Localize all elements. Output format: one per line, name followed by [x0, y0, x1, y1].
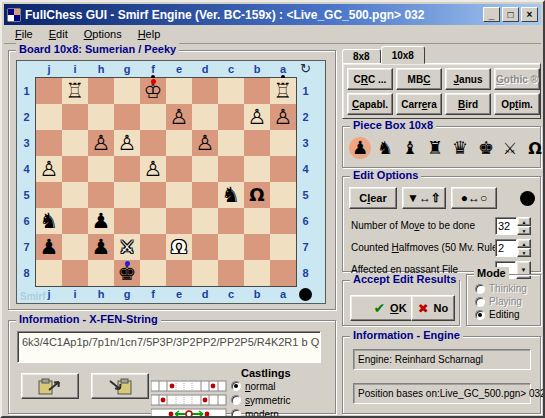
clipboard-out-icon — [36, 376, 64, 396]
castling-option-normal: normal — [151, 380, 276, 392]
black-knight: ♞ — [36, 208, 62, 234]
rank-labels-right: 12345678 — [296, 78, 315, 286]
move-number-spinner: 32 ▲▼ — [495, 217, 531, 235]
rank-label-right-3: 3 — [296, 130, 315, 156]
variant-button-optim[interactable]: Optim. — [494, 93, 540, 115]
square-d6[interactable] — [192, 208, 218, 234]
square-i4[interactable] — [62, 156, 88, 182]
accept-title: Accept Edit Results — [350, 273, 459, 285]
x-icon: ✖ — [418, 301, 429, 316]
move-number-down-icon[interactable]: ▼ — [517, 226, 531, 235]
title-bar: FullChess GUI - Smirf Engine (Ver. BC-15… — [4, 4, 541, 25]
variant-button-janus[interactable]: Janus — [445, 68, 491, 90]
file-label-i: i — [62, 61, 88, 78]
piece-box-bishop[interactable]: ♝ — [399, 137, 421, 159]
black-king-icon: ♚ — [478, 137, 494, 158]
square-g3[interactable]: ♙ — [114, 130, 140, 156]
square-e8[interactable] — [166, 260, 192, 286]
rank-label-right-1: 1 — [296, 78, 315, 104]
white-pawn: ♙ — [36, 156, 62, 182]
square-a7[interactable] — [270, 234, 296, 260]
variant-button-capabl[interactable]: Capabl. — [347, 93, 393, 115]
variant-tab-page: CRC ...MBCJanusGothic ®Capabl.CarreraBir… — [342, 63, 541, 119]
file-label-g: g — [114, 286, 140, 303]
fen-panel-title: Information - X-FEN-String — [16, 313, 161, 325]
square-g2[interactable] — [114, 104, 140, 130]
halfmoves-value[interactable]: 2 — [495, 239, 517, 257]
move-number-up-icon[interactable]: ▲ — [517, 217, 531, 226]
square-f7[interactable] — [140, 234, 166, 260]
radio-castling-normal[interactable]: normal — [231, 381, 276, 392]
square-c5[interactable]: ♞ — [218, 182, 244, 208]
radio-circle — [475, 310, 485, 320]
minimize-button[interactable]: _ — [483, 7, 500, 22]
file-label-h: h — [88, 61, 114, 78]
rank-label-left-4: 4 — [17, 156, 36, 182]
square-j7[interactable]: ♟ — [36, 234, 62, 260]
copy-fen-button[interactable] — [21, 373, 79, 399]
square-h3[interactable]: ♙ — [88, 130, 114, 156]
white-chancellor: Ω — [166, 234, 192, 260]
menu-file[interactable]: File — [8, 26, 40, 42]
rank-label-right-2: 2 — [296, 104, 315, 130]
castling-diagram-modern — [151, 408, 227, 418]
white-pawn: ♙ — [270, 104, 296, 130]
menu-help[interactable]: Help — [131, 26, 168, 42]
file-labels-top: jihgfedcba — [36, 61, 296, 78]
square-a2[interactable]: ♙ — [270, 104, 296, 130]
radio-mode-editing[interactable]: Editing — [475, 309, 527, 320]
square-i6[interactable] — [62, 208, 88, 234]
halfmoves-spinner: 2 ▲▼ — [495, 239, 531, 257]
rank-label-right-4: 4 — [296, 156, 315, 182]
menu-bar: FileEditOptionsHelp — [4, 25, 541, 44]
square-c7[interactable] — [218, 234, 244, 260]
file-label-e: e — [166, 286, 192, 303]
rank-label-left-8: 8 — [17, 260, 36, 286]
swap-colors-button[interactable]: ●↔○ — [451, 187, 497, 209]
board-frame: jihgfedcba↻12345678♖♔♖♙♙♙♙♙♙♙♙♞Ω♞♟♟♟⚔Ω♚1… — [16, 60, 326, 304]
frame-corner-br — [296, 286, 315, 303]
engine-info-panel: Information - Engine Engine: Reinhard Sc… — [342, 336, 541, 414]
black-pawn: ♟ — [36, 234, 62, 260]
square-g4[interactable] — [114, 156, 140, 182]
edit-options-title: Edit Options — [350, 169, 421, 181]
square-e1[interactable] — [166, 78, 192, 104]
file-label-e: e — [166, 61, 192, 78]
square-f6[interactable] — [140, 208, 166, 234]
engine-name: Engine: Reinhard Scharnagl — [353, 349, 531, 370]
tab-8x8[interactable]: 8x8 — [342, 49, 381, 64]
rank-label-left-5: 5 — [17, 182, 36, 208]
file-label-i: i — [62, 286, 88, 303]
file-label-b: b — [244, 61, 270, 78]
red-dot-marker — [151, 79, 156, 84]
square-i3[interactable] — [62, 130, 88, 156]
maximize-button[interactable]: □ — [502, 7, 519, 22]
square-d7[interactable] — [192, 234, 218, 260]
engine-info-title: Information - Engine — [350, 329, 463, 341]
white-pawn: ♙ — [192, 130, 218, 156]
square-f3[interactable] — [140, 130, 166, 156]
square-b4[interactable] — [244, 156, 270, 182]
app-icon — [7, 8, 21, 22]
side-to-move-indicator — [520, 191, 535, 206]
board-grid: ♖♔♖♙♙♙♙♙♙♙♙♞Ω♞♟♟♟⚔Ω♚ — [35, 77, 297, 287]
castlings-label: Castlings — [241, 367, 291, 379]
square-e6[interactable] — [166, 208, 192, 234]
edit-options-panel: Edit Options Clear ▼↔⇧ ●↔○ Number of Mov… — [342, 176, 541, 272]
rank-label-right-5: 5 — [296, 182, 315, 208]
square-j4[interactable]: ♙ — [36, 156, 62, 182]
fen-string[interactable]: 6k3/4C1Ap1p/7p1n/1cn7/5P3P/3P2PP2/PP2P5/… — [17, 331, 321, 363]
file-label-f: f — [140, 286, 166, 303]
clipboard-in-icon — [106, 376, 134, 396]
square-d5[interactable] — [192, 182, 218, 208]
square-g7[interactable]: ⚔ — [114, 234, 140, 260]
black-pawn: ♟ — [88, 208, 114, 234]
file-label-b: b — [244, 286, 270, 303]
mode-title: Mode — [474, 267, 509, 279]
black-queen-icon: ♛ — [452, 137, 468, 158]
board-side-to-move-dot — [299, 288, 312, 301]
white-pawn: ♙ — [114, 130, 140, 156]
square-a5[interactable] — [270, 182, 296, 208]
square-b5[interactable]: Ω — [244, 182, 270, 208]
white-pawn: ♙ — [140, 156, 166, 182]
white-rook: ♖ — [270, 78, 296, 104]
square-a4[interactable] — [270, 156, 296, 182]
piece-box-knight[interactable]: ♞ — [374, 137, 396, 159]
close-button[interactable]: × — [521, 7, 538, 22]
menu-edit[interactable]: Edit — [42, 26, 75, 42]
window-title: FullChess GUI - Smirf Engine (Ver. BC-15… — [25, 8, 479, 22]
square-c4[interactable] — [218, 156, 244, 182]
halfmoves-label: Counted Halfmoves (50 Mv. Rule) — [351, 242, 501, 253]
file-label-a: a — [270, 61, 296, 78]
board-panel: Board 10x8: Sumerian / Peeky jihgfedcba↻… — [8, 50, 336, 310]
square-a8[interactable] — [270, 260, 296, 286]
file-label-f: f — [140, 61, 166, 78]
app-window: FullChess GUI - Smirf Engine (Ver. BC-15… — [0, 0, 545, 418]
file-label-c: c — [218, 61, 244, 78]
white-archbishop: ⚔ — [114, 234, 140, 260]
clear-button[interactable]: Clear — [349, 187, 397, 209]
piece-box-queen[interactable]: ♛ — [449, 137, 471, 159]
white-pawn: ♙ — [88, 130, 114, 156]
white-pawn: ♙ — [166, 104, 192, 130]
black-bishop-icon: ♝ — [402, 137, 418, 158]
frame-corner-bl: Smirf — [17, 286, 36, 303]
square-b3[interactable] — [244, 130, 270, 156]
file-label-d: d — [192, 286, 218, 303]
no-button[interactable]: ✖No — [411, 295, 455, 321]
blue-dot-marker — [125, 261, 130, 266]
square-f4[interactable]: ♙ — [140, 156, 166, 182]
square-a1[interactable]: ♖ — [270, 78, 296, 104]
square-g6[interactable] — [114, 208, 140, 234]
paste-fen-button[interactable] — [91, 373, 149, 399]
black-pawn-icon: ♟ — [352, 137, 368, 158]
position-source: Position bases on:Live_GC_500.pgn> 032 — [353, 383, 531, 404]
square-c2[interactable] — [218, 104, 244, 130]
square-j2[interactable] — [36, 104, 62, 130]
menu-options[interactable]: Options — [77, 26, 129, 42]
radio-circle — [475, 297, 485, 307]
square-f8[interactable] — [140, 260, 166, 286]
board-title: Board 10x8: Sumerian / Peeky — [16, 43, 179, 55]
square-h7[interactable]: ♟ — [88, 234, 114, 260]
castling-option-modern: modern — [151, 408, 279, 418]
rank-label-left-2: 2 — [17, 104, 36, 130]
variant-button-carrera[interactable]: Carrera — [396, 93, 442, 115]
square-j8[interactable] — [36, 260, 62, 286]
mode-label-playing: Playing — [489, 296, 522, 307]
tab-10x8[interactable]: 10x8 — [381, 46, 425, 64]
frame-corner-tl — [17, 61, 36, 78]
radio-castling-symmetric[interactable]: symmetric — [231, 395, 291, 406]
square-a6[interactable] — [270, 208, 296, 234]
accept-panel: Accept Edit Results ✔OK ✖No — [342, 280, 460, 326]
black-knight-icon: ♞ — [377, 137, 393, 158]
square-f5[interactable] — [140, 182, 166, 208]
rank-label-right-6: 6 — [296, 208, 315, 234]
square-e5[interactable] — [166, 182, 192, 208]
square-a3[interactable] — [270, 130, 296, 156]
square-i1[interactable]: ♖ — [62, 78, 88, 104]
flip-board-button[interactable]: ▼↔⇧ — [402, 187, 446, 209]
piece-box-panel: Piece Box 10x8 ♟♞♝♜♛♚⚔Ω — [342, 126, 541, 168]
square-h6[interactable]: ♟ — [88, 208, 114, 234]
square-i5[interactable] — [62, 182, 88, 208]
square-c6[interactable] — [218, 208, 244, 234]
square-d8[interactable] — [192, 260, 218, 286]
piece-box: ♟♞♝♜♛♚⚔Ω — [349, 137, 545, 159]
square-f2[interactable] — [140, 104, 166, 130]
black-archbishop-icon: ⚔ — [503, 139, 517, 158]
variant-button-bird[interactable]: Bird — [445, 93, 491, 115]
castling-diagram-normal — [151, 380, 227, 392]
file-label-c: c — [218, 286, 244, 303]
black-knight: ♞ — [218, 182, 244, 208]
square-d3[interactable]: ♙ — [192, 130, 218, 156]
variant-button-crc[interactable]: CRC ... — [347, 68, 393, 90]
square-i7[interactable] — [62, 234, 88, 260]
move-number-label: Number of Move to be done — [351, 220, 475, 231]
white-rook: ♖ — [62, 78, 88, 104]
square-e7[interactable]: Ω — [166, 234, 192, 260]
file-label-a: a — [270, 286, 296, 303]
square-j3[interactable] — [36, 130, 62, 156]
square-j1[interactable] — [36, 78, 62, 104]
castling-option-symmetric: symmetric — [151, 394, 291, 406]
square-h1[interactable] — [88, 78, 114, 104]
radio-circle — [475, 284, 485, 294]
square-c3[interactable] — [218, 130, 244, 156]
square-f1[interactable]: ♔ — [140, 78, 166, 104]
square-d4[interactable] — [192, 156, 218, 182]
square-h5[interactable] — [88, 182, 114, 208]
piece-box-king[interactable]: ♚ — [474, 137, 496, 159]
square-g5[interactable] — [114, 182, 140, 208]
piece-box-rook[interactable]: ♜ — [424, 137, 446, 159]
square-b8[interactable] — [244, 260, 270, 286]
rank-label-left-1: 1 — [17, 78, 36, 104]
piece-box-title: Piece Box 10x8 — [350, 119, 436, 131]
rank-label-left-6: 6 — [17, 208, 36, 234]
rank-label-right-7: 7 — [296, 234, 315, 260]
square-h8[interactable] — [88, 260, 114, 286]
piece-box-archbishop[interactable]: ⚔ — [499, 137, 521, 159]
square-e3[interactable] — [166, 130, 192, 156]
black-chancellor: Ω — [244, 182, 270, 208]
square-e2[interactable]: ♙ — [166, 104, 192, 130]
rotate-board-icon[interactable]: ↻ — [296, 61, 315, 78]
variant-button-mbc[interactable]: MBC — [396, 68, 442, 90]
board-size-tabs: 8x810x8 — [342, 46, 541, 64]
square-c1[interactable] — [218, 78, 244, 104]
square-b6[interactable] — [244, 208, 270, 234]
file-label-j: j — [36, 286, 62, 303]
rank-label-left-3: 3 — [17, 130, 36, 156]
radio-mode-playing[interactable]: Playing — [475, 296, 527, 307]
white-pawn: ♙ — [244, 104, 270, 130]
square-g1[interactable] — [114, 78, 140, 104]
square-h4[interactable] — [88, 156, 114, 182]
piece-box-pawn[interactable]: ♟ — [349, 137, 371, 159]
rank-labels-left: 12345678 — [17, 78, 36, 286]
halfmoves-down-icon[interactable]: ▼ — [517, 248, 531, 257]
square-b1[interactable] — [244, 78, 270, 104]
variant-button-gothic[interactable]: Gothic ® — [494, 68, 540, 90]
square-j5[interactable] — [36, 182, 62, 208]
square-b2[interactable]: ♙ — [244, 104, 270, 130]
file-labels-bottom: jihgfedcba — [36, 286, 296, 303]
halfmoves-up-icon[interactable]: ▲ — [517, 239, 531, 248]
file-label-j: j — [36, 61, 62, 78]
check-icon: ✔ — [373, 300, 385, 316]
piece-box-chancellor[interactable]: Ω — [524, 137, 545, 159]
rank-label-right-8: 8 — [296, 260, 315, 286]
square-h2[interactable] — [88, 104, 114, 130]
square-d1[interactable] — [192, 78, 218, 104]
mode-label-thinking: Thinking — [489, 283, 527, 294]
radio-mode-thinking[interactable]: Thinking — [475, 283, 527, 294]
castling-diagram-symmetric — [151, 394, 227, 406]
square-g8[interactable]: ♚ — [114, 260, 140, 286]
mode-panel: Mode ThinkingPlayingEditing — [466, 274, 541, 326]
file-label-h: h — [88, 286, 114, 303]
square-b7[interactable] — [244, 234, 270, 260]
square-c8[interactable] — [218, 260, 244, 286]
file-label-d: d — [192, 61, 218, 78]
square-i8[interactable] — [62, 260, 88, 286]
radio-castling-modern[interactable]: modern — [231, 409, 279, 418]
file-label-g: g — [114, 61, 140, 78]
mode-label-editing: Editing — [489, 309, 520, 320]
variant-buttons: CRC ...MBCJanusGothic ®Capabl.CarreraBir… — [347, 68, 540, 115]
square-j6[interactable]: ♞ — [36, 208, 62, 234]
black-pawn: ♟ — [88, 234, 114, 260]
square-i2[interactable] — [62, 104, 88, 130]
mode-options: ThinkingPlayingEditing — [475, 283, 527, 320]
square-e4[interactable] — [166, 156, 192, 182]
black-rook-icon: ♜ — [427, 137, 443, 158]
move-number-value[interactable]: 32 — [495, 217, 517, 235]
fen-panel: Information - X-FEN-String 6k3/4C1Ap1p/7… — [8, 320, 336, 414]
black-chancellor-icon: Ω — [528, 139, 542, 158]
square-d2[interactable] — [192, 104, 218, 130]
rank-label-left-7: 7 — [17, 234, 36, 260]
